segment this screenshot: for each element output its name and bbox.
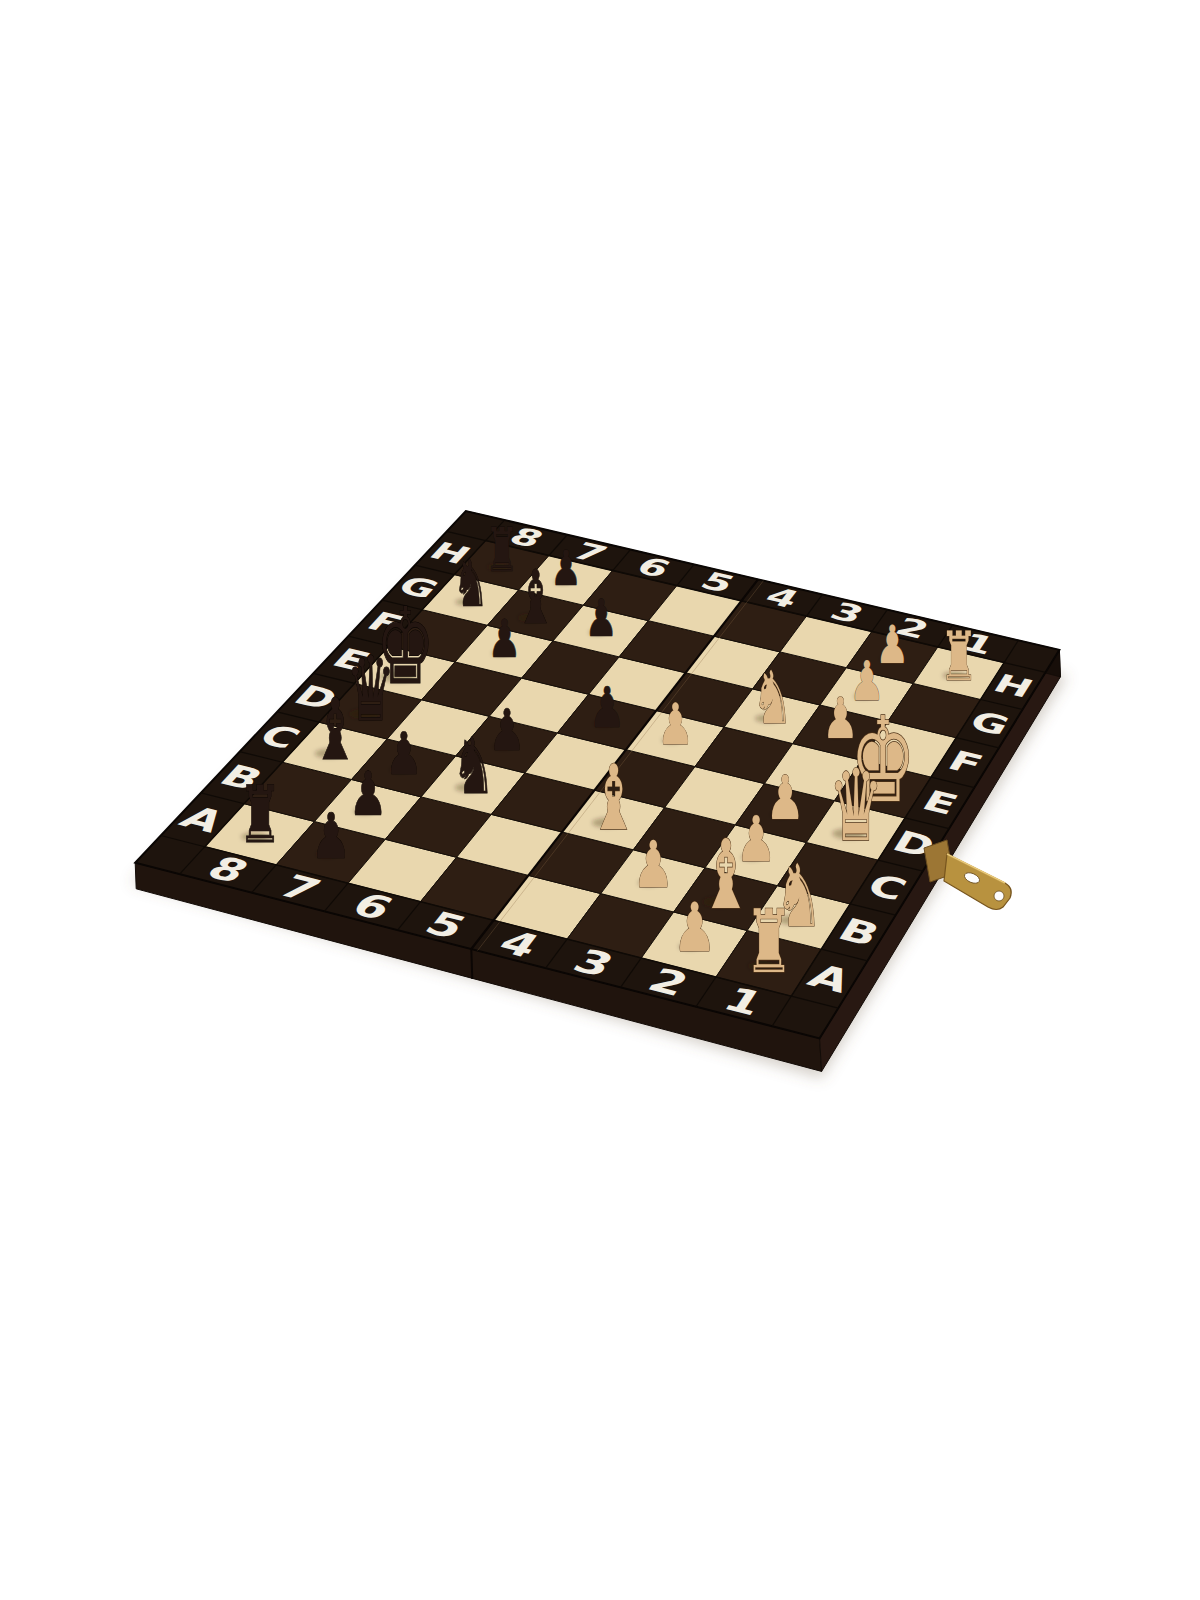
chess-photo-scene: Chess 8877665544332211AABBCCDDEEFFGGHH♜♟…	[0, 0, 1200, 1600]
piece-black-pawn-b7[interactable]: ♟	[349, 759, 388, 829]
piece-white-knight-f3[interactable]: ♞	[752, 656, 792, 740]
piece-white-rook-a1[interactable]: ♜	[745, 891, 794, 992]
clasp-round-hole	[994, 891, 1004, 901]
piece-white-pawn-b3[interactable]: ♟	[632, 827, 674, 902]
chessboard: 8877665544332211AABBCCDDEEFFGGHH♜♟♞♝♟♟♟♚…	[0, 0, 1200, 1600]
piece-black-rook-h8[interactable]: ♜	[485, 515, 519, 586]
piece-black-rook-a8[interactable]: ♜	[238, 769, 282, 860]
piece-white-pawn-a2[interactable]: ♟	[673, 888, 717, 967]
piece-black-pawn-c7[interactable]: ♟	[385, 720, 423, 788]
piece-black-pawn-e5[interactable]: ♟	[589, 676, 625, 741]
piece-white-bishop-c4[interactable]: ♝	[589, 746, 639, 851]
fold-seam-side	[471, 949, 472, 979]
piece-white-queen-d1[interactable]: ♛	[829, 747, 884, 862]
piece-black-pawn-f7[interactable]: ♟	[487, 608, 521, 669]
piece-black-knight-c6[interactable]: ♞	[452, 720, 495, 810]
piece-black-knight-g8[interactable]: ♞	[453, 546, 489, 622]
piece-white-rook-h1[interactable]: ♜	[940, 616, 978, 695]
piece-white-pawn-e4[interactable]: ♟	[657, 691, 694, 758]
piece-black-pawn-a7[interactable]: ♟	[311, 800, 352, 873]
piece-black-pawn-g6[interactable]: ♟	[584, 588, 617, 649]
clasp	[924, 840, 1011, 910]
